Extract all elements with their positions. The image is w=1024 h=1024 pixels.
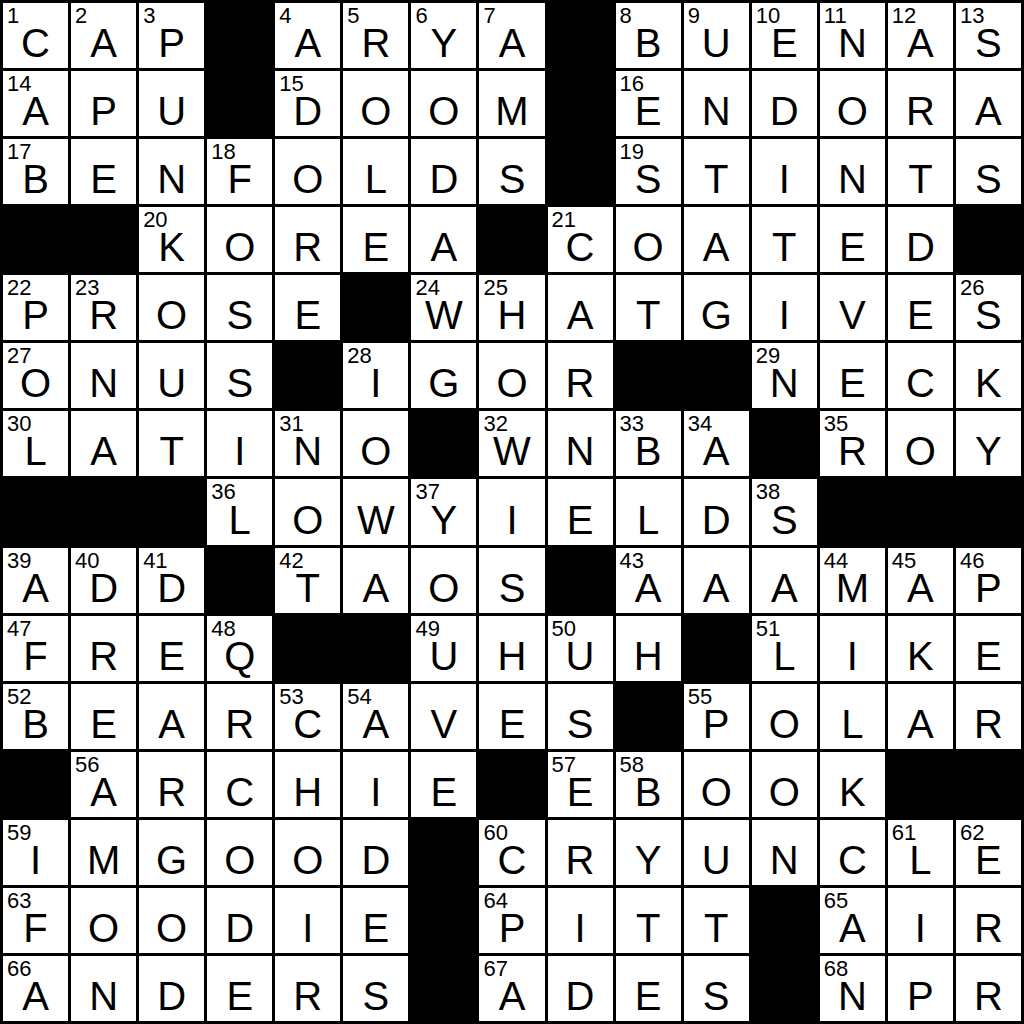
- cell-r7c8[interactable]: 32W: [479, 411, 544, 476]
- cell-r3c2[interactable]: E: [71, 139, 136, 204]
- cell-r13c14[interactable]: 61L: [888, 820, 953, 885]
- cell-r12c7[interactable]: E: [411, 752, 476, 817]
- cell-r11c12[interactable]: O: [752, 684, 817, 749]
- cell-letter: T: [616, 295, 681, 335]
- cell-letter: A: [275, 23, 340, 63]
- cell-r8c8[interactable]: I: [479, 479, 544, 544]
- cell-letter: E: [548, 500, 613, 540]
- cell-letter: O: [139, 295, 204, 335]
- cell-r15c6[interactable]: S: [343, 956, 408, 1021]
- cell-r1c10[interactable]: 8B: [616, 3, 681, 68]
- cell-letter: B: [616, 23, 681, 63]
- cell-r9c5[interactable]: 42T: [275, 548, 340, 613]
- cell-r8c9[interactable]: E: [548, 479, 613, 544]
- cell-letter: A: [616, 568, 681, 608]
- cell-letter: T: [888, 159, 953, 199]
- cell-r14c5[interactable]: I: [275, 888, 340, 953]
- cell-r3c1[interactable]: 17B: [3, 139, 68, 204]
- cell-r1c14[interactable]: 12A: [888, 3, 953, 68]
- cell-r7c15[interactable]: Y: [956, 411, 1021, 476]
- cell-r5c11[interactable]: G: [684, 275, 749, 340]
- cell-r6c3[interactable]: U: [139, 343, 204, 408]
- cell-r2c10[interactable]: 16E: [616, 71, 681, 136]
- cell-r14c4[interactable]: D: [207, 888, 272, 953]
- cell-r4c3[interactable]: 20K: [139, 207, 204, 272]
- cell-r7c11[interactable]: 34A: [684, 411, 749, 476]
- cell-letter: E: [479, 704, 544, 744]
- cell-r8c10[interactable]: L: [616, 479, 681, 544]
- cell-letter: N: [71, 976, 136, 1016]
- cell-letter: A: [548, 295, 613, 335]
- cell-letter: S: [479, 159, 544, 199]
- block-r8c15: [956, 479, 1021, 544]
- cell-letter: A: [684, 431, 749, 471]
- cell-letter: U: [684, 23, 749, 63]
- cell-letter: C: [548, 227, 613, 267]
- cell-r4c12[interactable]: T: [752, 207, 817, 272]
- cell-letter: D: [888, 227, 953, 267]
- cell-letter: E: [139, 636, 204, 676]
- cell-r7c14[interactable]: O: [888, 411, 953, 476]
- cell-r11c8[interactable]: E: [479, 684, 544, 749]
- cell-r13c9[interactable]: R: [548, 820, 613, 885]
- cell-r11c15[interactable]: R: [956, 684, 1021, 749]
- cell-r15c14[interactable]: P: [888, 956, 953, 1021]
- cell-letter: R: [343, 23, 408, 63]
- cell-r4c4[interactable]: O: [207, 207, 272, 272]
- cell-r2c15[interactable]: A: [956, 71, 1021, 136]
- cell-letter: R: [956, 704, 1021, 744]
- cell-r10c9[interactable]: 50U: [548, 616, 613, 681]
- cell-r1c15[interactable]: 13S: [956, 3, 1021, 68]
- cell-r10c2[interactable]: R: [71, 616, 136, 681]
- cell-r2c6[interactable]: O: [343, 71, 408, 136]
- cell-letter: A: [684, 227, 749, 267]
- cell-r5c7[interactable]: 24W: [411, 275, 476, 340]
- cell-r3c6[interactable]: L: [343, 139, 408, 204]
- cell-letter: S: [207, 363, 272, 403]
- cell-letter: E: [411, 772, 476, 812]
- cell-r2c14[interactable]: R: [888, 71, 953, 136]
- cell-r10c8[interactable]: H: [479, 616, 544, 681]
- cell-r1c12[interactable]: 10E: [752, 3, 817, 68]
- cell-r6c9[interactable]: R: [548, 343, 613, 408]
- cell-letter: H: [616, 636, 681, 676]
- cell-letter: N: [820, 159, 885, 199]
- cell-r12c12[interactable]: O: [752, 752, 817, 817]
- cell-r15c15[interactable]: R: [956, 956, 1021, 1021]
- cell-r13c3[interactable]: G: [139, 820, 204, 885]
- cell-r6c4[interactable]: S: [207, 343, 272, 408]
- cell-letter: I: [888, 908, 953, 948]
- cell-r7c9[interactable]: N: [548, 411, 613, 476]
- cell-r9c14[interactable]: 45A: [888, 548, 953, 613]
- cell-letter: E: [71, 704, 136, 744]
- cell-r10c12[interactable]: 51L: [752, 616, 817, 681]
- cell-letter: O: [275, 500, 340, 540]
- cell-r3c14[interactable]: T: [888, 139, 953, 204]
- cell-r14c6[interactable]: E: [343, 888, 408, 953]
- cell-r13c12[interactable]: N: [752, 820, 817, 885]
- cell-r15c1[interactable]: 66A: [3, 956, 68, 1021]
- cell-r2c2[interactable]: P: [71, 71, 136, 136]
- cell-r2c11[interactable]: N: [684, 71, 749, 136]
- crossword-grid: 1C2A3P4A5R6Y7A8B9U10E11N12A13S14APU15DOO…: [0, 0, 1024, 1024]
- cell-r8c12[interactable]: 38S: [752, 479, 817, 544]
- cell-letter: A: [411, 227, 476, 267]
- cell-r6c14[interactable]: C: [888, 343, 953, 408]
- cell-r2c7[interactable]: O: [411, 71, 476, 136]
- cell-r15c5[interactable]: R: [275, 956, 340, 1021]
- cell-letter: L: [820, 704, 885, 744]
- cell-r11c14[interactable]: A: [888, 684, 953, 749]
- cell-r13c10[interactable]: Y: [616, 820, 681, 885]
- cell-r7c6[interactable]: O: [343, 411, 408, 476]
- cell-r14c1[interactable]: 63F: [3, 888, 68, 953]
- cell-r14c2[interactable]: O: [71, 888, 136, 953]
- cell-letter: S: [956, 23, 1021, 63]
- cell-r2c13[interactable]: O: [820, 71, 885, 136]
- cell-letter: A: [888, 23, 953, 63]
- cell-r5c14[interactable]: E: [888, 275, 953, 340]
- cell-r13c2[interactable]: M: [71, 820, 136, 885]
- cell-letter: I: [343, 363, 408, 403]
- cell-letter: N: [275, 431, 340, 471]
- cell-r10c7[interactable]: 49U: [411, 616, 476, 681]
- cell-r1c7[interactable]: 6Y: [411, 3, 476, 68]
- cell-r15c10[interactable]: E: [616, 956, 681, 1021]
- cell-r15c13[interactable]: 68N: [820, 956, 885, 1021]
- block-r8c1: [3, 479, 68, 544]
- cell-r8c11[interactable]: D: [684, 479, 749, 544]
- cell-r9c8[interactable]: S: [479, 548, 544, 613]
- cell-letter: S: [616, 159, 681, 199]
- block-r13c7: [411, 820, 476, 885]
- cell-letter: P: [139, 23, 204, 63]
- cell-r1c8[interactable]: 7A: [479, 3, 544, 68]
- cell-letter: B: [616, 772, 681, 812]
- cell-r13c1[interactable]: 59I: [3, 820, 68, 885]
- cell-r5c9[interactable]: A: [548, 275, 613, 340]
- cell-r12c3[interactable]: R: [139, 752, 204, 817]
- cell-r10c4[interactable]: 48Q: [207, 616, 272, 681]
- cell-r1c2[interactable]: 2A: [71, 3, 136, 68]
- cell-r10c1[interactable]: 47F: [3, 616, 68, 681]
- block-r12c1: [3, 752, 68, 817]
- cell-letter: D: [139, 976, 204, 1016]
- block-r5c6: [343, 275, 408, 340]
- cell-r9c10[interactable]: 43A: [616, 548, 681, 613]
- cell-r11c7[interactable]: V: [411, 684, 476, 749]
- cell-letter: Q: [207, 636, 272, 676]
- cell-r11c1[interactable]: 52B: [3, 684, 68, 749]
- cell-r1c5[interactable]: 4A: [275, 3, 340, 68]
- cell-r1c1[interactable]: 1C: [3, 3, 68, 68]
- cell-letter: N: [820, 23, 885, 63]
- cell-r1c6[interactable]: 5R: [343, 3, 408, 68]
- cell-r4c11[interactable]: A: [684, 207, 749, 272]
- cell-r15c4[interactable]: E: [207, 956, 272, 1021]
- block-r15c12: [752, 956, 817, 1021]
- cell-r2c1[interactable]: 14A: [3, 71, 68, 136]
- cell-letter: U: [548, 636, 613, 676]
- cell-r13c11[interactable]: U: [684, 820, 749, 885]
- cell-r2c5[interactable]: 15D: [275, 71, 340, 136]
- block-r8c2: [71, 479, 136, 544]
- cell-letter: A: [888, 568, 953, 608]
- cell-r3c5[interactable]: O: [275, 139, 340, 204]
- cell-letter: A: [3, 568, 68, 608]
- cell-r11c5[interactable]: 53C: [275, 684, 340, 749]
- cell-r9c7[interactable]: O: [411, 548, 476, 613]
- block-r4c15: [956, 207, 1021, 272]
- block-r2c9: [548, 71, 613, 136]
- cell-letter: C: [207, 772, 272, 812]
- cell-r13c6[interactable]: D: [343, 820, 408, 885]
- cell-r14c15[interactable]: R: [956, 888, 1021, 953]
- cell-r6c8[interactable]: O: [479, 343, 544, 408]
- block-r8c14: [888, 479, 953, 544]
- cell-r3c15[interactable]: S: [956, 139, 1021, 204]
- cell-r15c8[interactable]: 67A: [479, 956, 544, 1021]
- cell-r11c9[interactable]: S: [548, 684, 613, 749]
- cell-letter: D: [343, 840, 408, 880]
- cell-r6c1[interactable]: 27O: [3, 343, 68, 408]
- cell-letter: C: [820, 840, 885, 880]
- cell-r12c6[interactable]: I: [343, 752, 408, 817]
- cell-r12c4[interactable]: C: [207, 752, 272, 817]
- cell-letter: N: [752, 840, 817, 880]
- cell-r15c2[interactable]: N: [71, 956, 136, 1021]
- cell-r5c3[interactable]: O: [139, 275, 204, 340]
- cell-r12c9[interactable]: 57E: [548, 752, 613, 817]
- cell-r7c10[interactable]: 33B: [616, 411, 681, 476]
- cell-r14c11[interactable]: T: [684, 888, 749, 953]
- cell-letter: E: [820, 363, 885, 403]
- cell-r13c8[interactable]: 60C: [479, 820, 544, 885]
- cell-r3c11[interactable]: T: [684, 139, 749, 204]
- cell-r8c5[interactable]: O: [275, 479, 340, 544]
- cell-letter: L: [343, 159, 408, 199]
- cell-r14c10[interactable]: T: [616, 888, 681, 953]
- cell-letter: R: [139, 772, 204, 812]
- cell-r8c6[interactable]: W: [343, 479, 408, 544]
- cell-r14c14[interactable]: I: [888, 888, 953, 953]
- cell-r12c11[interactable]: O: [684, 752, 749, 817]
- block-r9c9: [548, 548, 613, 613]
- block-r8c13: [820, 479, 885, 544]
- cell-letter: S: [343, 976, 408, 1016]
- cell-letter: O: [479, 363, 544, 403]
- cell-r2c12[interactable]: D: [752, 71, 817, 136]
- cell-r14c13[interactable]: 65A: [820, 888, 885, 953]
- cell-r7c13[interactable]: 35R: [820, 411, 885, 476]
- cell-letter: H: [275, 772, 340, 812]
- cell-r6c15[interactable]: K: [956, 343, 1021, 408]
- cell-r9c2[interactable]: 40D: [71, 548, 136, 613]
- cell-r12c10[interactable]: 58B: [616, 752, 681, 817]
- cell-r12c2[interactable]: 56A: [71, 752, 136, 817]
- cell-r5c2[interactable]: 23R: [71, 275, 136, 340]
- cell-r5c10[interactable]: T: [616, 275, 681, 340]
- cell-letter: O: [275, 840, 340, 880]
- cell-letter: R: [275, 227, 340, 267]
- cell-r5c13[interactable]: V: [820, 275, 885, 340]
- cell-r14c9[interactable]: I: [548, 888, 613, 953]
- block-r10c11: [684, 616, 749, 681]
- cell-r4c14[interactable]: D: [888, 207, 953, 272]
- cell-r6c6[interactable]: 28I: [343, 343, 408, 408]
- cell-letter: A: [752, 568, 817, 608]
- cell-letter: L: [888, 840, 953, 880]
- block-r12c15: [956, 752, 1021, 817]
- cell-r4c6[interactable]: E: [343, 207, 408, 272]
- cell-r3c7[interactable]: D: [411, 139, 476, 204]
- cell-r3c12[interactable]: I: [752, 139, 817, 204]
- cell-letter: O: [411, 91, 476, 131]
- cell-r7c3[interactable]: T: [139, 411, 204, 476]
- cell-r8c4[interactable]: 36L: [207, 479, 272, 544]
- block-r14c7: [411, 888, 476, 953]
- cell-letter: L: [616, 500, 681, 540]
- cell-letter: S: [479, 568, 544, 608]
- cell-r9c15[interactable]: 46P: [956, 548, 1021, 613]
- cell-r9c11[interactable]: A: [684, 548, 749, 613]
- cell-r9c1[interactable]: 39A: [3, 548, 68, 613]
- cell-letter: B: [3, 704, 68, 744]
- cell-letter: U: [684, 840, 749, 880]
- block-r1c9: [548, 3, 613, 68]
- cell-r14c8[interactable]: 64P: [479, 888, 544, 953]
- cell-r3c3[interactable]: N: [139, 139, 204, 204]
- cell-r5c15[interactable]: 26S: [956, 275, 1021, 340]
- cell-letter: U: [139, 91, 204, 131]
- cell-letter: Y: [956, 431, 1021, 471]
- cell-r5c8[interactable]: 25H: [479, 275, 544, 340]
- cell-r9c13[interactable]: 44M: [820, 548, 885, 613]
- cell-letter: F: [3, 636, 68, 676]
- cell-letter: R: [71, 295, 136, 335]
- cell-r13c4[interactable]: O: [207, 820, 272, 885]
- cell-letter: S: [684, 976, 749, 1016]
- cell-letter: K: [820, 772, 885, 812]
- cell-letter: N: [684, 91, 749, 131]
- cell-letter: H: [479, 295, 544, 335]
- cell-r5c12[interactable]: I: [752, 275, 817, 340]
- block-r4c2: [71, 207, 136, 272]
- block-r6c5: [275, 343, 340, 408]
- cell-r12c13[interactable]: K: [820, 752, 885, 817]
- cell-letter: N: [71, 363, 136, 403]
- cell-r11c13[interactable]: L: [820, 684, 885, 749]
- cell-letter: I: [752, 159, 817, 199]
- cell-letter: I: [3, 840, 68, 880]
- cell-r14c3[interactable]: O: [139, 888, 204, 953]
- block-r11c10: [616, 684, 681, 749]
- cell-letter: R: [275, 976, 340, 1016]
- cell-letter: W: [479, 431, 544, 471]
- cell-r7c2[interactable]: A: [71, 411, 136, 476]
- cell-r6c2[interactable]: N: [71, 343, 136, 408]
- cell-r5c1[interactable]: 22P: [3, 275, 68, 340]
- cell-r11c2[interactable]: E: [71, 684, 136, 749]
- cell-r1c11[interactable]: 9U: [684, 3, 749, 68]
- cell-r13c13[interactable]: C: [820, 820, 885, 885]
- cell-letter: I: [343, 772, 408, 812]
- cell-r5c4[interactable]: S: [207, 275, 272, 340]
- cell-letter: E: [207, 976, 272, 1016]
- cell-r11c11[interactable]: 55P: [684, 684, 749, 749]
- cell-r11c4[interactable]: R: [207, 684, 272, 749]
- cell-r4c10[interactable]: O: [616, 207, 681, 272]
- cell-r11c6[interactable]: 54A: [343, 684, 408, 749]
- block-r15c7: [411, 956, 476, 1021]
- cell-letter: M: [479, 91, 544, 131]
- cell-r4c7[interactable]: A: [411, 207, 476, 272]
- cell-r4c13[interactable]: E: [820, 207, 885, 272]
- cell-letter: E: [956, 636, 1021, 676]
- cell-letter: D: [411, 159, 476, 199]
- cell-r2c8[interactable]: M: [479, 71, 544, 136]
- cell-r3c10[interactable]: 19S: [616, 139, 681, 204]
- cell-r10c13[interactable]: I: [820, 616, 885, 681]
- cell-r15c11[interactable]: S: [684, 956, 749, 1021]
- cell-letter: D: [548, 976, 613, 1016]
- cell-r7c5[interactable]: 31N: [275, 411, 340, 476]
- block-r10c5: [275, 616, 340, 681]
- cell-r4c5[interactable]: R: [275, 207, 340, 272]
- cell-r13c15[interactable]: 62E: [956, 820, 1021, 885]
- cell-r6c13[interactable]: E: [820, 343, 885, 408]
- cell-letter: W: [343, 500, 408, 540]
- cell-r10c15[interactable]: E: [956, 616, 1021, 681]
- cell-letter: S: [752, 500, 817, 540]
- cell-r3c4[interactable]: 18F: [207, 139, 272, 204]
- cell-r9c12[interactable]: A: [752, 548, 817, 613]
- cell-letter: N: [752, 363, 817, 403]
- cell-r15c3[interactable]: D: [139, 956, 204, 1021]
- block-r6c10: [616, 343, 681, 408]
- cell-r15c9[interactable]: D: [548, 956, 613, 1021]
- cell-r6c12[interactable]: 29N: [752, 343, 817, 408]
- cell-letter: D: [752, 91, 817, 131]
- cell-r1c13[interactable]: 11N: [820, 3, 885, 68]
- cell-letter: L: [752, 636, 817, 676]
- cell-r10c10[interactable]: H: [616, 616, 681, 681]
- cell-r4c9[interactable]: 21C: [548, 207, 613, 272]
- cell-r9c6[interactable]: A: [343, 548, 408, 613]
- cell-r7c1[interactable]: 30L: [3, 411, 68, 476]
- cell-r1c3[interactable]: 3P: [139, 3, 204, 68]
- cell-letter: R: [548, 363, 613, 403]
- cell-r3c13[interactable]: N: [820, 139, 885, 204]
- cell-r10c3[interactable]: E: [139, 616, 204, 681]
- cell-r12c5[interactable]: H: [275, 752, 340, 817]
- cell-letter: I: [752, 295, 817, 335]
- cell-letter: U: [411, 636, 476, 676]
- cell-r8c7[interactable]: 37Y: [411, 479, 476, 544]
- cell-r10c14[interactable]: K: [888, 616, 953, 681]
- cell-r3c8[interactable]: S: [479, 139, 544, 204]
- cell-r13c5[interactable]: O: [275, 820, 340, 885]
- cell-r5c5[interactable]: E: [275, 275, 340, 340]
- cell-r7c4[interactable]: I: [207, 411, 272, 476]
- cell-r2c3[interactable]: U: [139, 71, 204, 136]
- cell-r6c7[interactable]: G: [411, 343, 476, 408]
- cell-letter: E: [616, 976, 681, 1016]
- cell-r11c3[interactable]: A: [139, 684, 204, 749]
- cell-r9c3[interactable]: 41D: [139, 548, 204, 613]
